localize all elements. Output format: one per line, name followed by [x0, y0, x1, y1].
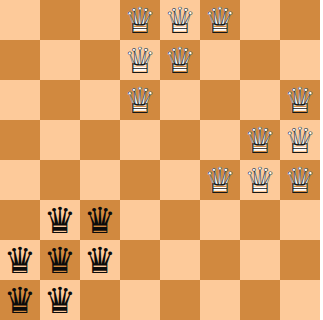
white-queen-outline-glyph: ♕: [160, 40, 200, 80]
white-queen-outline-glyph: ♕: [120, 0, 160, 40]
square-c6[interactable]: [80, 80, 120, 120]
square-f5[interactable]: [200, 120, 240, 160]
square-b2[interactable]: ♛: [40, 240, 80, 280]
black-queen[interactable]: ♛: [40, 280, 80, 320]
white-queen-outline-glyph: ♕: [200, 160, 240, 200]
white-queen[interactable]: ♛♕: [240, 160, 280, 200]
square-h5[interactable]: ♛♕: [280, 120, 320, 160]
white-queen-outline-glyph: ♕: [160, 0, 200, 40]
white-queen-outline-glyph: ♕: [280, 120, 320, 160]
white-queen[interactable]: ♛♕: [280, 160, 320, 200]
square-d4[interactable]: [120, 160, 160, 200]
square-g5[interactable]: ♛♕: [240, 120, 280, 160]
square-e3[interactable]: [160, 200, 200, 240]
square-d3[interactable]: [120, 200, 160, 240]
square-f1[interactable]: [200, 280, 240, 320]
white-queen-outline-glyph: ♕: [280, 80, 320, 120]
square-c2[interactable]: ♛: [80, 240, 120, 280]
square-e1[interactable]: [160, 280, 200, 320]
square-a6[interactable]: [0, 80, 40, 120]
square-f2[interactable]: [200, 240, 240, 280]
square-f4[interactable]: ♛♕: [200, 160, 240, 200]
square-f7[interactable]: [200, 40, 240, 80]
white-queen[interactable]: ♛♕: [120, 40, 160, 80]
black-queen[interactable]: ♛: [0, 240, 40, 280]
white-queen[interactable]: ♛♕: [200, 160, 240, 200]
square-g1[interactable]: [240, 280, 280, 320]
square-c8[interactable]: [80, 0, 120, 40]
black-queen-glyph: ♛: [80, 240, 120, 280]
square-d2[interactable]: [120, 240, 160, 280]
square-c1[interactable]: [80, 280, 120, 320]
white-queen-outline-glyph: ♕: [240, 120, 280, 160]
square-c7[interactable]: [80, 40, 120, 80]
square-h7[interactable]: [280, 40, 320, 80]
black-queen-glyph: ♛: [40, 280, 80, 320]
white-queen[interactable]: ♛♕: [280, 120, 320, 160]
square-e8[interactable]: ♛♕: [160, 0, 200, 40]
square-e2[interactable]: [160, 240, 200, 280]
square-b4[interactable]: [40, 160, 80, 200]
square-e7[interactable]: ♛♕: [160, 40, 200, 80]
square-g6[interactable]: [240, 80, 280, 120]
white-queen-outline-glyph: ♕: [120, 40, 160, 80]
square-d5[interactable]: [120, 120, 160, 160]
square-h2[interactable]: [280, 240, 320, 280]
square-c3[interactable]: ♛: [80, 200, 120, 240]
square-f6[interactable]: [200, 80, 240, 120]
black-queen-glyph: ♛: [0, 280, 40, 320]
black-queen[interactable]: ♛: [0, 280, 40, 320]
square-c5[interactable]: [80, 120, 120, 160]
square-d1[interactable]: [120, 280, 160, 320]
white-queen[interactable]: ♛♕: [120, 80, 160, 120]
black-queen[interactable]: ♛: [80, 240, 120, 280]
square-g3[interactable]: [240, 200, 280, 240]
square-h1[interactable]: [280, 280, 320, 320]
white-queen[interactable]: ♛♕: [200, 0, 240, 40]
black-queen-glyph: ♛: [40, 240, 80, 280]
square-d6[interactable]: ♛♕: [120, 80, 160, 120]
square-b3[interactable]: ♛: [40, 200, 80, 240]
square-a3[interactable]: [0, 200, 40, 240]
square-g4[interactable]: ♛♕: [240, 160, 280, 200]
white-queen-outline-glyph: ♕: [120, 80, 160, 120]
square-e5[interactable]: [160, 120, 200, 160]
black-queen[interactable]: ♛: [40, 240, 80, 280]
square-e4[interactable]: [160, 160, 200, 200]
square-b7[interactable]: [40, 40, 80, 80]
square-f8[interactable]: ♛♕: [200, 0, 240, 40]
square-d8[interactable]: ♛♕: [120, 0, 160, 40]
square-g8[interactable]: [240, 0, 280, 40]
square-a4[interactable]: [0, 160, 40, 200]
square-a8[interactable]: [0, 0, 40, 40]
square-a2[interactable]: ♛: [0, 240, 40, 280]
square-a5[interactable]: [0, 120, 40, 160]
black-queen[interactable]: ♛: [40, 200, 80, 240]
square-b5[interactable]: [40, 120, 80, 160]
white-queen[interactable]: ♛♕: [240, 120, 280, 160]
white-queen[interactable]: ♛♕: [120, 0, 160, 40]
white-queen-outline-glyph: ♕: [200, 0, 240, 40]
square-h6[interactable]: ♛♕: [280, 80, 320, 120]
white-queen-outline-glyph: ♕: [240, 160, 280, 200]
square-c4[interactable]: [80, 160, 120, 200]
square-h8[interactable]: [280, 0, 320, 40]
black-queen-glyph: ♛: [40, 200, 80, 240]
square-a1[interactable]: ♛: [0, 280, 40, 320]
white-queen[interactable]: ♛♕: [160, 0, 200, 40]
square-d7[interactable]: ♛♕: [120, 40, 160, 80]
square-g7[interactable]: [240, 40, 280, 80]
white-queen[interactable]: ♛♕: [160, 40, 200, 80]
chess-board: ♛♕♛♕♛♕♛♕♛♕♛♕♛♕♛♕♛♕♛♕♛♕♛♕♛♛♛♛♛♛♛: [0, 0, 320, 320]
square-g2[interactable]: [240, 240, 280, 280]
white-queen-outline-glyph: ♕: [280, 160, 320, 200]
square-b1[interactable]: ♛: [40, 280, 80, 320]
white-queen[interactable]: ♛♕: [280, 80, 320, 120]
square-a7[interactable]: [0, 40, 40, 80]
square-b6[interactable]: [40, 80, 80, 120]
square-h3[interactable]: [280, 200, 320, 240]
square-b8[interactable]: [40, 0, 80, 40]
black-queen-glyph: ♛: [80, 200, 120, 240]
square-e6[interactable]: [160, 80, 200, 120]
black-queen[interactable]: ♛: [80, 200, 120, 240]
square-f3[interactable]: [200, 200, 240, 240]
square-h4[interactable]: ♛♕: [280, 160, 320, 200]
black-queen-glyph: ♛: [0, 240, 40, 280]
